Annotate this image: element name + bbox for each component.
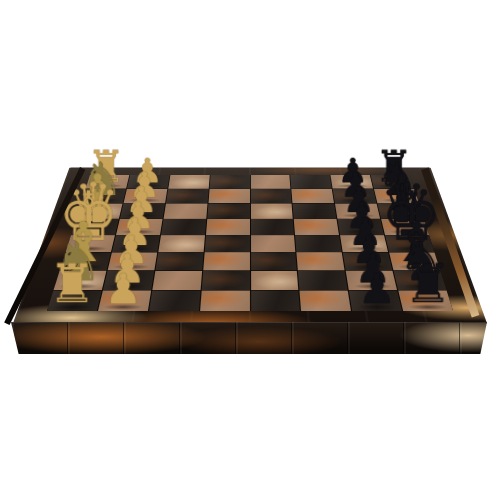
square-g3[interactable]	[152, 271, 202, 290]
square-h7[interactable]: ♟	[349, 291, 402, 311]
square-h1[interactable]: ♜	[47, 291, 102, 311]
square-a4[interactable]	[209, 175, 249, 188]
square-b4[interactable]	[208, 189, 249, 203]
square-f3[interactable]	[155, 253, 203, 271]
board-grid: ♜♟♟♜♞♟♟♞♝♟♟♝♛♟♟♛♚♟♟♚♝♟♟♝♞♟♟♞♜♟♟♜	[47, 175, 453, 311]
square-h5[interactable]	[251, 291, 301, 311]
square-h8[interactable]: ♜	[398, 291, 453, 311]
black-pawn[interactable]: ♟	[358, 268, 396, 310]
square-d6[interactable]	[294, 219, 339, 235]
square-e4[interactable]	[204, 235, 249, 252]
square-e3[interactable]	[158, 235, 205, 252]
square-a6[interactable]	[291, 175, 332, 188]
board-front-edge	[11, 322, 487, 354]
chess-board: ♜♟♟♜♞♟♟♞♝♟♟♝♛♟♟♛♚♟♟♚♝♟♟♝♞♟♟♞♜♟♟♜	[13, 167, 487, 323]
square-b3[interactable]	[166, 189, 209, 203]
square-c6[interactable]	[293, 203, 337, 218]
square-h2[interactable]: ♟	[98, 291, 151, 311]
square-h6[interactable]	[300, 291, 351, 311]
square-a3[interactable]	[168, 175, 209, 188]
square-f6[interactable]	[297, 253, 345, 271]
square-b6[interactable]	[292, 189, 335, 203]
square-d4[interactable]	[206, 219, 250, 235]
square-d5[interactable]	[250, 219, 294, 235]
square-f5[interactable]	[251, 253, 298, 271]
square-c4[interactable]	[207, 203, 250, 218]
square-f4[interactable]	[203, 253, 250, 271]
square-a5[interactable]	[250, 175, 290, 188]
square-b5[interactable]	[250, 189, 291, 203]
square-g6[interactable]	[298, 271, 348, 290]
square-e6[interactable]	[295, 235, 342, 252]
square-g4[interactable]	[201, 271, 249, 290]
square-d3[interactable]	[161, 219, 206, 235]
square-e5[interactable]	[251, 235, 296, 252]
square-g5[interactable]	[251, 271, 299, 290]
square-c5[interactable]	[250, 203, 293, 218]
black-rook[interactable]: ♜	[404, 257, 452, 310]
chess-set-photo: ♜♟♟♜♞♟♟♞♝♟♟♝♛♟♟♛♚♟♟♚♝♟♟♝♞♟♟♞♜♟♟♜	[0, 0, 500, 500]
square-h3[interactable]	[149, 291, 200, 311]
white-pawn[interactable]: ♟	[104, 268, 142, 310]
square-h4[interactable]	[200, 291, 250, 311]
square-c3[interactable]	[163, 203, 207, 218]
white-rook[interactable]: ♜	[48, 257, 96, 310]
